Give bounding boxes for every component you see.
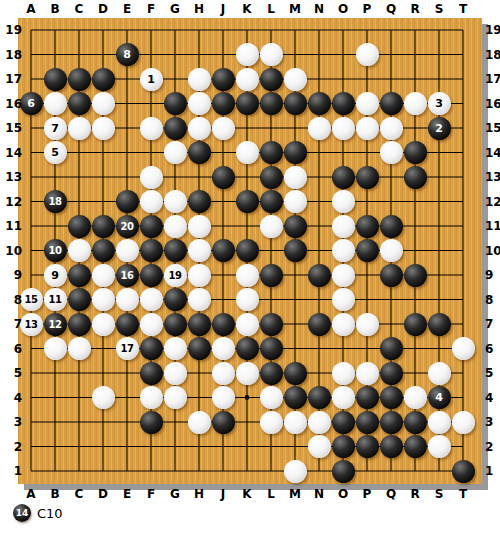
black-stone-P10 (356, 239, 379, 262)
black-stone-J10 (212, 239, 235, 262)
black-stone-N16 (308, 92, 331, 115)
star-point (245, 395, 250, 400)
white-stone-M1 (284, 460, 307, 483)
white-stone-F15 (140, 117, 163, 140)
move-number-label: 4 (435, 391, 443, 404)
black-stone-Q16 (380, 92, 403, 115)
black-stone-F6 (140, 337, 163, 360)
white-stone-G5 (164, 362, 187, 385)
white-stone-C6 (68, 337, 91, 360)
move-number-label: 9 (51, 269, 59, 282)
move-number-label: 7 (51, 122, 59, 135)
row-label-right: 2 (485, 439, 500, 455)
black-stone-O16 (332, 92, 355, 115)
white-stone-Q15 (380, 117, 403, 140)
black-stone-C17 (68, 68, 91, 91)
white-stone-E8 (116, 288, 139, 311)
column-label-bottom: D (91, 486, 115, 502)
white-stone-L11 (260, 215, 283, 238)
white-stone-G9: 19 (164, 264, 187, 287)
move-number-label: 19 (169, 270, 182, 281)
black-stone-Q11 (380, 215, 403, 238)
row-label-left: 1 (0, 463, 22, 479)
black-stone-Q3 (380, 411, 403, 434)
white-stone-O15 (332, 117, 355, 140)
row-label-left: 17 (0, 71, 22, 87)
column-label-top: C (67, 1, 91, 17)
black-stone-L9 (260, 264, 283, 287)
white-stone-H16 (188, 92, 211, 115)
white-stone-L18 (260, 43, 283, 66)
black-stone-R3 (404, 411, 427, 434)
row-label-right: 8 (485, 292, 500, 308)
white-stone-R4 (404, 386, 427, 409)
white-stone-K17 (236, 68, 259, 91)
white-stone-O12 (332, 190, 355, 213)
black-stone-J16 (212, 92, 235, 115)
white-stone-T3 (452, 411, 475, 434)
row-label-right: 4 (485, 390, 500, 406)
row-label-left: 16 (0, 96, 22, 112)
black-stone-S15: 2 (428, 117, 451, 140)
column-label-bottom: R (403, 486, 427, 502)
row-label-right: 3 (485, 414, 500, 430)
white-stone-G11 (164, 215, 187, 238)
black-stone-J13 (212, 166, 235, 189)
column-label-top: Q (379, 1, 403, 17)
row-label-left: 2 (0, 439, 22, 455)
black-stone-F10 (140, 239, 163, 262)
row-label-right: 19 (485, 22, 500, 38)
column-label-bottom: K (235, 486, 259, 502)
black-stone-G7 (164, 313, 187, 336)
column-label-top: D (91, 1, 115, 17)
black-stone-S4: 4 (428, 386, 451, 409)
white-stone-D16 (92, 92, 115, 115)
white-stone-F12 (140, 190, 163, 213)
go-kifu-diagram: 86218201016124137591915111317 AABBCCDDEE… (0, 0, 500, 537)
white-stone-D8 (92, 288, 115, 311)
white-stone-K7 (236, 313, 259, 336)
white-stone-O5 (332, 362, 355, 385)
white-stone-Q10 (380, 239, 403, 262)
black-stone-M16 (284, 92, 307, 115)
column-label-bottom: T (451, 486, 475, 502)
black-stone-R14 (404, 141, 427, 164)
black-stone-Q9 (380, 264, 403, 287)
white-stone-F4 (140, 386, 163, 409)
white-stone-J15 (212, 117, 235, 140)
white-stone-B9: 9 (44, 264, 67, 287)
row-label-left: 9 (0, 267, 22, 283)
black-stone-G8 (164, 288, 187, 311)
row-label-left: 13 (0, 169, 22, 185)
white-stone-C15 (68, 117, 91, 140)
black-stone-H14 (188, 141, 211, 164)
black-stone-G15 (164, 117, 187, 140)
black-stone-L17 (260, 68, 283, 91)
black-stone-B7: 12 (44, 313, 67, 336)
white-stone-B8: 11 (44, 288, 67, 311)
white-stone-O10 (332, 239, 355, 262)
black-stone-C9 (68, 264, 91, 287)
move-number-label: 3 (435, 97, 443, 110)
white-stone-O9 (332, 264, 355, 287)
black-stone-G16 (164, 92, 187, 115)
column-label-top: J (211, 1, 235, 17)
row-label-left: 12 (0, 194, 22, 210)
white-stone-E10 (116, 239, 139, 262)
move-number-label: 13 (25, 319, 38, 330)
move-number-label: 17 (121, 343, 134, 354)
white-stone-K14 (236, 141, 259, 164)
black-stone-R7 (404, 313, 427, 336)
white-stone-O11 (332, 215, 355, 238)
row-label-right: 11 (485, 218, 500, 234)
row-label-right: 5 (485, 365, 500, 381)
column-label-bottom: P (355, 486, 379, 502)
white-stone-P16 (356, 92, 379, 115)
white-stone-H3 (188, 411, 211, 434)
row-label-left: 5 (0, 365, 22, 381)
row-label-left: 4 (0, 390, 22, 406)
black-stone-O1 (332, 460, 355, 483)
black-stone-L6 (260, 337, 283, 360)
row-label-right: 10 (485, 243, 500, 259)
move-number-label: 11 (49, 294, 62, 305)
column-label-bottom: Q (379, 486, 403, 502)
black-stone-T1 (452, 460, 475, 483)
column-label-top: O (331, 1, 355, 17)
white-stone-J4 (212, 386, 235, 409)
column-label-top: R (403, 1, 427, 17)
black-stone-J7 (212, 313, 235, 336)
white-stone-D4 (92, 386, 115, 409)
move-number-label: 10 (49, 245, 62, 256)
white-stone-S2 (428, 435, 451, 458)
column-label-bottom: M (283, 486, 307, 502)
black-stone-M14 (284, 141, 307, 164)
row-label-left: 18 (0, 47, 22, 63)
move-number-label: 12 (49, 319, 62, 330)
black-stone-B12: 18 (44, 190, 67, 213)
row-label-left: 10 (0, 243, 22, 259)
column-label-bottom: E (115, 486, 139, 502)
black-stone-P3 (356, 411, 379, 434)
white-stone-C10 (68, 239, 91, 262)
black-stone-D10 (92, 239, 115, 262)
column-label-bottom: G (163, 486, 187, 502)
white-stone-H17 (188, 68, 211, 91)
column-label-top: H (187, 1, 211, 17)
black-stone-G10 (164, 239, 187, 262)
white-stone-D15 (92, 117, 115, 140)
white-stone-B14: 5 (44, 141, 67, 164)
column-label-top: S (427, 1, 451, 17)
white-stone-H15 (188, 117, 211, 140)
black-stone-F11 (140, 215, 163, 238)
black-stone-Q5 (380, 362, 403, 385)
black-stone-L12 (260, 190, 283, 213)
column-label-bottom: C (67, 486, 91, 502)
white-stone-P5 (356, 362, 379, 385)
black-stone-E9: 16 (116, 264, 139, 287)
black-stone-R2 (404, 435, 427, 458)
column-label-bottom: J (211, 486, 235, 502)
row-label-right: 1 (485, 463, 500, 479)
black-stone-A16: 6 (20, 92, 43, 115)
white-stone-H10 (188, 239, 211, 262)
white-stone-G14 (164, 141, 187, 164)
white-stone-L3 (260, 411, 283, 434)
black-stone-N9 (308, 264, 331, 287)
black-stone-C7 (68, 313, 91, 336)
black-stone-O3 (332, 411, 355, 434)
white-stone-G4 (164, 386, 187, 409)
white-stone-J6 (212, 337, 235, 360)
white-stone-F8 (140, 288, 163, 311)
black-stone-Q2 (380, 435, 403, 458)
caption-coordinate-text: C10 (37, 506, 63, 521)
row-label-right: 15 (485, 120, 500, 136)
row-label-right: 6 (485, 341, 500, 357)
column-label-top: K (235, 1, 259, 17)
column-label-bottom: N (307, 486, 331, 502)
black-stone-N4 (308, 386, 331, 409)
black-stone-L16 (260, 92, 283, 115)
black-stone-M4 (284, 386, 307, 409)
black-stone-Q4 (380, 386, 403, 409)
white-stone-O7 (332, 313, 355, 336)
white-stone-F13 (140, 166, 163, 189)
white-stone-K5 (236, 362, 259, 385)
black-stone-K6 (236, 337, 259, 360)
black-stone-F5 (140, 362, 163, 385)
white-stone-B15: 7 (44, 117, 67, 140)
row-label-right: 13 (485, 169, 500, 185)
black-stone-D11 (92, 215, 115, 238)
column-label-top: A (19, 1, 43, 17)
black-stone-H12 (188, 190, 211, 213)
white-stone-J5 (212, 362, 235, 385)
column-label-bottom: S (427, 486, 451, 502)
black-stone-D17 (92, 68, 115, 91)
white-stone-A8: 15 (20, 288, 43, 311)
black-stone-L13 (260, 166, 283, 189)
column-label-bottom: B (43, 486, 67, 502)
row-label-right: 16 (485, 96, 500, 112)
white-stone-S5 (428, 362, 451, 385)
move-number-label: 2 (435, 122, 443, 135)
column-label-top: T (451, 1, 475, 17)
row-label-right: 9 (485, 267, 500, 283)
black-stone-M5 (284, 362, 307, 385)
white-stone-M13 (284, 166, 307, 189)
black-stone-S7 (428, 313, 451, 336)
white-stone-O8 (332, 288, 355, 311)
column-label-top: P (355, 1, 379, 17)
white-stone-S16: 3 (428, 92, 451, 115)
black-stone-K16 (236, 92, 259, 115)
black-stone-B17 (44, 68, 67, 91)
white-stone-P18 (356, 43, 379, 66)
row-label-left: 11 (0, 218, 22, 234)
row-label-left: 8 (0, 292, 22, 308)
white-stone-P15 (356, 117, 379, 140)
black-stone-E11: 20 (116, 215, 139, 238)
move-number-label: 18 (49, 196, 62, 207)
white-stone-K9 (236, 264, 259, 287)
white-stone-H11 (188, 215, 211, 238)
white-stone-G12 (164, 190, 187, 213)
white-stone-D9 (92, 264, 115, 287)
black-stone-J3 (212, 411, 235, 434)
black-stone-L14 (260, 141, 283, 164)
row-label-left: 6 (0, 341, 22, 357)
row-label-left: 14 (0, 145, 22, 161)
row-label-right: 18 (485, 47, 500, 63)
white-stone-M3 (284, 411, 307, 434)
black-stone-C16 (68, 92, 91, 115)
white-stone-N3 (308, 411, 331, 434)
white-stone-R16 (404, 92, 427, 115)
column-label-top: F (139, 1, 163, 17)
move-number-label: 15 (25, 294, 38, 305)
black-stone-F9 (140, 264, 163, 287)
white-stone-M12 (284, 190, 307, 213)
black-stone-M11 (284, 215, 307, 238)
black-stone-K10 (236, 239, 259, 262)
black-stone-C8 (68, 288, 91, 311)
black-stone-K12 (236, 190, 259, 213)
black-stone-L5 (260, 362, 283, 385)
column-label-top: L (259, 1, 283, 17)
column-label-bottom: O (331, 486, 355, 502)
black-stone-R13 (404, 166, 427, 189)
black-stone-P4 (356, 386, 379, 409)
move-number-label: 5 (51, 146, 59, 159)
goban[interactable]: 86218201016124137591915111317 (18, 18, 482, 484)
black-stone-O2 (332, 435, 355, 458)
move-number-label: 16 (121, 270, 134, 281)
row-label-left: 3 (0, 414, 22, 430)
white-stone-G6 (164, 337, 187, 360)
move-number-label: 8 (123, 48, 131, 61)
white-stone-M17 (284, 68, 307, 91)
white-stone-P7 (356, 313, 379, 336)
white-stone-H8 (188, 288, 211, 311)
column-label-top: G (163, 1, 187, 17)
black-stone-N7 (308, 313, 331, 336)
column-label-bottom: H (187, 486, 211, 502)
black-stone-E18: 8 (116, 43, 139, 66)
black-stone-P11 (356, 215, 379, 238)
column-label-top: M (283, 1, 307, 17)
white-stone-H9 (188, 264, 211, 287)
white-stone-B16 (44, 92, 67, 115)
column-label-top: B (43, 1, 67, 17)
row-label-right: 17 (485, 71, 500, 87)
black-stone-P13 (356, 166, 379, 189)
white-stone-F7 (140, 313, 163, 336)
row-label-right: 12 (485, 194, 500, 210)
row-label-left: 15 (0, 120, 22, 136)
black-stone-H7 (188, 313, 211, 336)
white-stone-K18 (236, 43, 259, 66)
black-stone-E7 (116, 313, 139, 336)
column-label-bottom: A (19, 486, 43, 502)
row-label-right: 7 (485, 316, 500, 332)
move-number-label: 6 (27, 97, 35, 110)
white-stone-A7: 13 (20, 313, 43, 336)
white-stone-N2 (308, 435, 331, 458)
white-stone-Q14 (380, 141, 403, 164)
black-stone-P2 (356, 435, 379, 458)
black-stone-J17 (212, 68, 235, 91)
column-label-bottom: L (259, 486, 283, 502)
black-stone-B10: 10 (44, 239, 67, 262)
row-label-left: 7 (0, 316, 22, 332)
black-stone-H6 (188, 337, 211, 360)
black-stone-M10 (284, 239, 307, 262)
white-stone-T6 (452, 337, 475, 360)
black-stone-R9 (404, 264, 427, 287)
white-stone-B6 (44, 337, 67, 360)
caption: 14 C10 (13, 503, 63, 523)
white-stone-L4 (260, 386, 283, 409)
black-stone-Q6 (380, 337, 403, 360)
black-stone-E12 (116, 190, 139, 213)
white-stone-D7 (92, 313, 115, 336)
white-stone-O4 (332, 386, 355, 409)
white-stone-F17: 1 (140, 68, 163, 91)
white-stone-K8 (236, 288, 259, 311)
white-stone-N15 (308, 117, 331, 140)
column-label-top: E (115, 1, 139, 17)
white-stone-E6: 17 (116, 337, 139, 360)
column-label-top: N (307, 1, 331, 17)
black-stone-F3 (140, 411, 163, 434)
row-label-left: 19 (0, 22, 22, 38)
black-stone-C11 (68, 215, 91, 238)
black-stone-O13 (332, 166, 355, 189)
column-label-bottom: F (139, 486, 163, 502)
move-number-label: 1 (147, 73, 155, 86)
caption-move-stone: 14 (13, 504, 31, 522)
row-label-right: 14 (485, 145, 500, 161)
white-stone-S3 (428, 411, 451, 434)
move-number-label: 20 (121, 221, 134, 232)
black-stone-L7 (260, 313, 283, 336)
